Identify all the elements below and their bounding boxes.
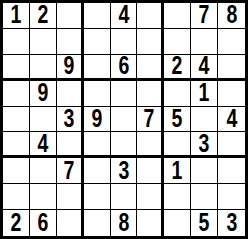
- cell-r4-c7[interactable]: [164, 81, 191, 107]
- cell-r3-c4[interactable]: [84, 55, 111, 81]
- cell-r9-c7[interactable]: [164, 210, 191, 236]
- given-digit: 7: [63, 158, 74, 182]
- cell-r8-c5[interactable]: [111, 184, 138, 210]
- cell-r1-c5[interactable]: 4: [111, 3, 138, 29]
- cell-r8-c6[interactable]: [137, 184, 164, 210]
- cell-r5-c1[interactable]: [3, 107, 30, 133]
- cell-r2-c9[interactable]: [218, 29, 245, 55]
- cell-r8-c9[interactable]: [218, 184, 245, 210]
- cell-r8-c2[interactable]: [30, 184, 57, 210]
- cell-r1-c6[interactable]: [137, 3, 164, 29]
- given-digit: 3: [199, 132, 210, 155]
- cell-r2-c1[interactable]: [3, 29, 30, 55]
- cell-r6-c9[interactable]: [218, 132, 245, 158]
- cell-r6-c5[interactable]: [111, 132, 138, 158]
- cell-r2-c2[interactable]: [30, 29, 57, 55]
- cell-r7-c6[interactable]: [137, 158, 164, 184]
- cell-r3-c2[interactable]: [30, 55, 57, 81]
- cell-r5-c5[interactable]: [111, 107, 138, 133]
- cell-r2-c7[interactable]: [164, 29, 191, 55]
- cell-r9-c8[interactable]: 5: [191, 210, 218, 236]
- sudoku-board: 12478962491397544373126853: [0, 0, 248, 239]
- given-digit: 4: [37, 132, 48, 155]
- cell-r4-c3[interactable]: [57, 81, 84, 107]
- cell-r7-c4[interactable]: [84, 158, 111, 184]
- given-digit: 4: [199, 55, 210, 78]
- cell-r2-c8[interactable]: [191, 29, 218, 55]
- cell-r5-c3[interactable]: 3: [57, 107, 84, 133]
- cell-r3-c8[interactable]: 4: [191, 55, 218, 81]
- cell-r5-c9[interactable]: 4: [218, 107, 245, 133]
- cell-r8-c8[interactable]: [191, 184, 218, 210]
- given-digit: 9: [63, 55, 74, 78]
- cell-r8-c3[interactable]: [57, 184, 84, 210]
- cell-r2-c3[interactable]: [57, 29, 84, 55]
- cell-r7-c3[interactable]: 7: [57, 158, 84, 184]
- cell-r9-c4[interactable]: [84, 210, 111, 236]
- cell-r5-c8[interactable]: [191, 107, 218, 133]
- cell-r1-c4[interactable]: [84, 3, 111, 29]
- given-digit: 1: [11, 3, 22, 27]
- cell-r9-c5[interactable]: 8: [111, 210, 138, 236]
- given-digit: 5: [199, 210, 210, 235]
- cell-r5-c4[interactable]: 9: [84, 107, 111, 133]
- cell-r7-c8[interactable]: [191, 158, 218, 184]
- cell-r6-c2[interactable]: 4: [30, 132, 57, 158]
- cell-r3-c3[interactable]: 9: [57, 55, 84, 81]
- given-digit: 4: [226, 107, 237, 131]
- cell-r7-c9[interactable]: [218, 158, 245, 184]
- given-digit: 4: [118, 3, 129, 27]
- cell-r1-c7[interactable]: [164, 3, 191, 29]
- given-digit: 2: [37, 3, 48, 27]
- given-digit: 3: [118, 158, 129, 182]
- given-digit: 6: [37, 210, 48, 235]
- cell-r8-c4[interactable]: [84, 184, 111, 210]
- cell-r4-c2[interactable]: 9: [30, 81, 57, 107]
- given-digit: 5: [172, 107, 183, 131]
- cell-r5-c2[interactable]: [30, 107, 57, 133]
- cell-r6-c4[interactable]: [84, 132, 111, 158]
- cell-r5-c6[interactable]: 7: [137, 107, 164, 133]
- cell-r2-c4[interactable]: [84, 29, 111, 55]
- cell-r4-c9[interactable]: [218, 81, 245, 107]
- cell-r7-c1[interactable]: [3, 158, 30, 184]
- cell-r1-c1[interactable]: 1: [3, 3, 30, 29]
- cell-r4-c1[interactable]: [3, 81, 30, 107]
- cell-r2-c5[interactable]: [111, 29, 138, 55]
- cell-r9-c2[interactable]: 6: [30, 210, 57, 236]
- given-digit: 2: [172, 55, 183, 78]
- given-digit: 9: [37, 81, 48, 105]
- given-digit: 2: [11, 210, 22, 235]
- cell-r6-c6[interactable]: [137, 132, 164, 158]
- cell-r7-c5[interactable]: 3: [111, 158, 138, 184]
- cell-r8-c1[interactable]: [3, 184, 30, 210]
- cell-r1-c3[interactable]: [57, 3, 84, 29]
- cell-r8-c7[interactable]: [164, 184, 191, 210]
- cell-r6-c7[interactable]: [164, 132, 191, 158]
- given-digit: 3: [63, 107, 74, 131]
- cell-r3-c9[interactable]: [218, 55, 245, 81]
- given-digit: 8: [226, 3, 237, 27]
- cell-r4-c4[interactable]: [84, 81, 111, 107]
- cell-r9-c6[interactable]: [137, 210, 164, 236]
- cell-r2-c6[interactable]: [137, 29, 164, 55]
- cell-r7-c2[interactable]: [30, 158, 57, 184]
- cell-r1-c8[interactable]: 7: [191, 3, 218, 29]
- cell-r9-c1[interactable]: 2: [3, 210, 30, 236]
- cell-r1-c9[interactable]: 8: [218, 3, 245, 29]
- cell-r5-c7[interactable]: 5: [164, 107, 191, 133]
- cell-r4-c6[interactable]: [137, 81, 164, 107]
- given-digit: 1: [199, 81, 210, 105]
- given-digit: 1: [172, 158, 183, 182]
- given-digit: 8: [118, 210, 129, 235]
- given-digit: 7: [144, 107, 155, 131]
- cell-r6-c1[interactable]: [3, 132, 30, 158]
- cell-r6-c8[interactable]: 3: [191, 132, 218, 158]
- cell-r3-c1[interactable]: [3, 55, 30, 81]
- cell-r9-c3[interactable]: [57, 210, 84, 236]
- cell-r9-c9[interactable]: 3: [218, 210, 245, 236]
- cell-r1-c2[interactable]: 2: [30, 3, 57, 29]
- cell-r4-c5[interactable]: [111, 81, 138, 107]
- cell-r3-c7[interactable]: 2: [164, 55, 191, 81]
- given-digit: 6: [118, 55, 129, 78]
- cell-r7-c7[interactable]: 1: [164, 158, 191, 184]
- given-digit: 7: [199, 3, 210, 27]
- given-digit: 9: [91, 107, 102, 131]
- cell-r3-c5[interactable]: 6: [111, 55, 138, 81]
- cell-r4-c8[interactable]: 1: [191, 81, 218, 107]
- given-digit: 3: [226, 210, 237, 235]
- cell-r3-c6[interactable]: [137, 55, 164, 81]
- cell-r6-c3[interactable]: [57, 132, 84, 158]
